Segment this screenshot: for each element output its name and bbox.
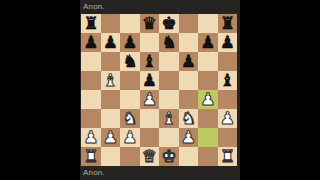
piece-black-pawn: ♟ [200,33,215,52]
square-c8[interactable] [120,14,140,33]
square-e5[interactable] [159,71,179,90]
piece-white-bishop: ♝ [103,71,118,90]
square-e7[interactable]: ♞ [159,33,179,52]
square-e8[interactable]: ♚ [159,14,179,33]
square-h7[interactable]: ♟ [218,33,238,52]
left-black-bar [0,0,80,180]
piece-white-pawn: ♟ [103,128,118,147]
piece-white-pawn: ♟ [83,128,98,147]
square-f2[interactable]: ♟ [179,128,199,147]
square-g1[interactable] [198,147,218,166]
piece-black-bishop: ♝ [220,71,235,90]
piece-black-knight: ♞ [161,33,176,52]
player-bar-bottom: Anon. [80,166,240,180]
square-a6[interactable] [81,52,101,71]
square-h8[interactable]: ♜ [218,14,238,33]
square-e3[interactable]: ♝ [159,109,179,128]
square-b1[interactable] [101,147,121,166]
right-black-bar [240,0,320,180]
square-g6[interactable] [198,52,218,71]
piece-black-knight: ♞ [122,52,137,71]
piece-white-pawn: ♟ [142,90,157,109]
square-d8[interactable]: ♛ [140,14,160,33]
square-c5[interactable] [120,71,140,90]
chess-panel: Anon. ♜♛♚♜♟♟♟♞♟♟♞♝♟♝♟♝♟♟♞♝♞♟♟♟♟♟♜♛♚♜ Ano… [80,0,240,180]
square-a7[interactable]: ♟ [81,33,101,52]
square-b5[interactable]: ♝ [101,71,121,90]
piece-white-pawn: ♟ [220,109,235,128]
square-f6[interactable]: ♟ [179,52,199,71]
piece-white-queen: ♛ [142,147,157,166]
piece-white-bishop: ♝ [161,109,176,128]
piece-black-queen: ♛ [142,14,157,33]
square-g5[interactable] [198,71,218,90]
piece-white-pawn: ♟ [200,90,215,109]
player-name-top: Anon. [83,0,105,14]
square-f3[interactable]: ♞ [179,109,199,128]
square-a1[interactable]: ♜ [81,147,101,166]
piece-black-pawn: ♟ [122,33,137,52]
square-b2[interactable]: ♟ [101,128,121,147]
square-a2[interactable]: ♟ [81,128,101,147]
piece-black-pawn: ♟ [181,52,196,71]
square-a5[interactable] [81,71,101,90]
square-g7[interactable]: ♟ [198,33,218,52]
piece-white-king: ♚ [161,147,176,166]
square-f1[interactable] [179,147,199,166]
square-b3[interactable] [101,109,121,128]
piece-black-king: ♚ [161,14,176,33]
piece-white-rook: ♜ [83,147,98,166]
square-g4[interactable]: ♟ [198,90,218,109]
square-e1[interactable]: ♚ [159,147,179,166]
square-d6[interactable]: ♝ [140,52,160,71]
piece-white-rook: ♜ [220,147,235,166]
player-bar-top: Anon. [80,0,240,14]
square-e6[interactable] [159,52,179,71]
piece-black-pawn: ♟ [220,33,235,52]
square-f4[interactable] [179,90,199,109]
square-c4[interactable] [120,90,140,109]
square-c6[interactable]: ♞ [120,52,140,71]
square-b7[interactable]: ♟ [101,33,121,52]
square-g8[interactable] [198,14,218,33]
square-b8[interactable] [101,14,121,33]
screenshot-stage: Anon. ♜♛♚♜♟♟♟♞♟♟♞♝♟♝♟♝♟♟♞♝♞♟♟♟♟♟♜♛♚♜ Ano… [0,0,320,180]
square-b6[interactable] [101,52,121,71]
square-e4[interactable] [159,90,179,109]
piece-black-pawn: ♟ [142,71,157,90]
player-name-bottom: Anon. [83,166,105,180]
square-a8[interactable]: ♜ [81,14,101,33]
chess-board: ♜♛♚♜♟♟♟♞♟♟♞♝♟♝♟♝♟♟♞♝♞♟♟♟♟♟♜♛♚♜ [81,14,237,166]
piece-black-pawn: ♟ [103,33,118,52]
square-f5[interactable] [179,71,199,90]
square-c3[interactable]: ♞ [120,109,140,128]
square-h3[interactable]: ♟ [218,109,238,128]
square-d3[interactable] [140,109,160,128]
piece-black-bishop: ♝ [142,52,157,71]
square-a3[interactable] [81,109,101,128]
square-h5[interactable]: ♝ [218,71,238,90]
square-g3[interactable] [198,109,218,128]
square-f7[interactable] [179,33,199,52]
square-d2[interactable] [140,128,160,147]
square-h1[interactable]: ♜ [218,147,238,166]
square-b4[interactable] [101,90,121,109]
square-a4[interactable] [81,90,101,109]
square-c7[interactable]: ♟ [120,33,140,52]
piece-black-rook: ♜ [220,14,235,33]
square-h4[interactable] [218,90,238,109]
square-h6[interactable] [218,52,238,71]
square-c1[interactable] [120,147,140,166]
square-f8[interactable] [179,14,199,33]
piece-white-knight: ♞ [181,109,196,128]
piece-white-pawn: ♟ [181,128,196,147]
square-d7[interactable] [140,33,160,52]
square-d1[interactable]: ♛ [140,147,160,166]
piece-white-knight: ♞ [122,109,137,128]
square-e2[interactable] [159,128,179,147]
piece-white-pawn: ♟ [122,128,137,147]
square-d4[interactable]: ♟ [140,90,160,109]
square-g2[interactable] [198,128,218,147]
square-d5[interactable]: ♟ [140,71,160,90]
square-h2[interactable] [218,128,238,147]
piece-black-pawn: ♟ [83,33,98,52]
square-c2[interactable]: ♟ [120,128,140,147]
piece-black-rook: ♜ [83,14,98,33]
